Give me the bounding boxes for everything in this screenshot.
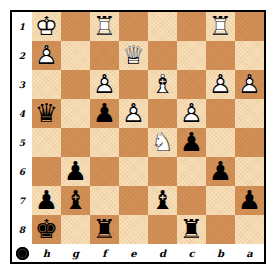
piece-outline-layer: ♖ [90,12,119,41]
square-g1[interactable] [61,12,90,41]
square-d8[interactable] [148,215,177,244]
file-label-h: h [32,244,61,262]
square-h4[interactable]: ♛ [32,99,61,128]
square-b3[interactable]: ♟♙ [206,70,235,99]
square-d1[interactable] [148,12,177,41]
square-f1[interactable]: ♜♖ [90,12,119,41]
square-d6[interactable] [148,157,177,186]
piece-black-rook[interactable]: ♜ [90,215,119,244]
square-d7[interactable]: ♝ [148,186,177,215]
piece-black-pawn[interactable]: ♟ [177,128,206,157]
square-e8[interactable] [119,215,148,244]
square-d2[interactable] [148,41,177,70]
rank-label-4: 4 [12,99,32,128]
square-b1[interactable]: ♜♖ [206,12,235,41]
piece-white-pawn[interactable]: ♟♙ [177,99,206,128]
square-g4[interactable] [61,99,90,128]
rank-label-6: 6 [12,157,32,186]
file-label-g: g [61,244,90,262]
square-h5[interactable] [32,128,61,157]
square-h7[interactable]: ♟ [32,186,61,215]
square-g6[interactable]: ♟ [61,157,90,186]
piece-white-king[interactable]: ♚♔ [32,12,61,41]
square-h6[interactable] [32,157,61,186]
square-e6[interactable] [119,157,148,186]
chess-diagram: 1♚♔♜♖♜♖2♟♙♛♕3♟♙♝♗♟♙♟♙4♛♟♟♙♟♙5♞♘♟6♟♟7♟♝♝♟… [0,0,275,275]
piece-outline-layer: ♙ [177,99,206,128]
piece-black-king[interactable]: ♚ [32,215,61,244]
piece-white-bishop[interactable]: ♝♗ [148,70,177,99]
rank-label-8: 8 [12,215,32,244]
square-e1[interactable] [119,12,148,41]
piece-black-bishop[interactable]: ♝ [148,186,177,215]
square-e4[interactable]: ♟♙ [119,99,148,128]
piece-outline-layer: ♖ [206,12,235,41]
square-g3[interactable] [61,70,90,99]
piece-outline-layer: ♗ [148,70,177,99]
square-d4[interactable] [148,99,177,128]
black-to-move-disc [16,247,29,260]
square-d5[interactable]: ♞♘ [148,128,177,157]
piece-outline-layer: ♔ [32,12,61,41]
square-c3[interactable] [177,70,206,99]
piece-white-pawn[interactable]: ♟♙ [119,99,148,128]
square-c2[interactable] [177,41,206,70]
file-label-b: b [206,244,235,262]
piece-white-pawn[interactable]: ♟♙ [235,70,264,99]
piece-outline-layer: ♙ [90,70,119,99]
square-b8[interactable] [206,215,235,244]
file-label-e: e [119,244,148,262]
piece-white-pawn[interactable]: ♟♙ [90,70,119,99]
square-a4[interactable] [235,99,264,128]
piece-white-rook[interactable]: ♜♖ [206,12,235,41]
piece-black-pawn[interactable]: ♟ [206,157,235,186]
square-c6[interactable] [177,157,206,186]
square-c4[interactable]: ♟♙ [177,99,206,128]
square-b7[interactable] [206,186,235,215]
square-h1[interactable]: ♚♔ [32,12,61,41]
square-c5[interactable]: ♟ [177,128,206,157]
square-h8[interactable]: ♚ [32,215,61,244]
piece-outline-layer: ♙ [235,70,264,99]
piece-white-pawn[interactable]: ♟♙ [206,70,235,99]
piece-black-queen[interactable]: ♛ [32,99,61,128]
piece-outline-layer: ♙ [32,41,61,70]
piece-black-bishop[interactable]: ♝ [61,186,90,215]
square-f5[interactable] [90,128,119,157]
square-g5[interactable] [61,128,90,157]
rank-label-1: 1 [12,12,32,41]
piece-black-pawn[interactable]: ♟ [61,157,90,186]
square-h2[interactable]: ♟♙ [32,41,61,70]
piece-white-rook[interactable]: ♜♖ [90,12,119,41]
square-d3[interactable]: ♝♗ [148,70,177,99]
piece-white-queen[interactable]: ♛♕ [119,41,148,70]
square-h3[interactable] [32,70,61,99]
square-b5[interactable] [206,128,235,157]
square-b2[interactable] [206,41,235,70]
piece-black-rook[interactable]: ♜ [177,215,206,244]
square-g8[interactable] [61,215,90,244]
square-g7[interactable]: ♝ [61,186,90,215]
square-a6[interactable] [235,157,264,186]
square-f8[interactable]: ♜ [90,215,119,244]
square-e3[interactable] [119,70,148,99]
piece-black-pawn[interactable]: ♟ [32,186,61,215]
square-b6[interactable]: ♟ [206,157,235,186]
board-frame: 1♚♔♜♖♜♖2♟♙♛♕3♟♙♝♗♟♙♟♙4♛♟♟♙♟♙5♞♘♟6♟♟7♟♝♝♟… [10,10,266,264]
square-a2[interactable] [235,41,264,70]
square-f4[interactable]: ♟ [90,99,119,128]
square-c7[interactable] [177,186,206,215]
piece-white-knight[interactable]: ♞♘ [148,128,177,157]
square-g2[interactable] [61,41,90,70]
piece-black-pawn[interactable]: ♟ [90,99,119,128]
rank-label-3: 3 [12,70,32,99]
piece-outline-layer: ♙ [119,99,148,128]
piece-black-pawn[interactable]: ♟ [235,186,264,215]
rank-label-5: 5 [12,128,32,157]
file-label-c: c [177,244,206,262]
square-a5[interactable] [235,128,264,157]
file-label-f: f [90,244,119,262]
piece-outline-layer: ♙ [206,70,235,99]
file-label-d: d [148,244,177,262]
square-e7[interactable] [119,186,148,215]
square-c8[interactable]: ♜ [177,215,206,244]
chess-board: 1♚♔♜♖♜♖2♟♙♛♕3♟♙♝♗♟♙♟♙4♛♟♟♙♟♙5♞♘♟6♟♟7♟♝♝♟… [12,12,264,262]
piece-outline-layer: ♘ [148,128,177,157]
piece-outline-layer: ♕ [119,41,148,70]
square-a1[interactable] [235,12,264,41]
square-f3[interactable]: ♟♙ [90,70,119,99]
square-e2[interactable]: ♛♕ [119,41,148,70]
move-indicator-cell [12,244,32,262]
square-c1[interactable] [177,12,206,41]
rank-label-2: 2 [12,41,32,70]
square-e5[interactable] [119,128,148,157]
square-a3[interactable]: ♟♙ [235,70,264,99]
square-f7[interactable] [90,186,119,215]
square-a7[interactable]: ♟ [235,186,264,215]
rank-label-7: 7 [12,186,32,215]
square-f6[interactable] [90,157,119,186]
file-label-a: a [235,244,264,262]
piece-white-pawn[interactable]: ♟♙ [32,41,61,70]
square-f2[interactable] [90,41,119,70]
square-b4[interactable] [206,99,235,128]
square-a8[interactable] [235,215,264,244]
